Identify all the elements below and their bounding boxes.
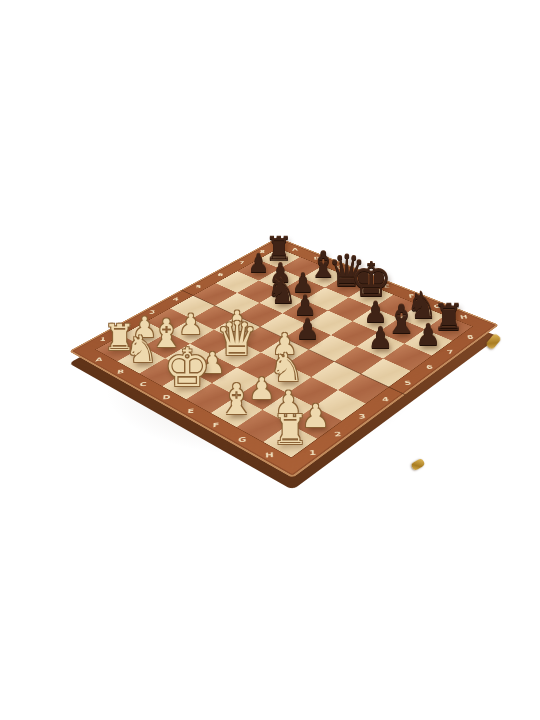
piece-black-pawn-h7[interactable]: ♟ bbox=[415, 321, 441, 350]
coord-label-4: 4 bbox=[168, 291, 183, 308]
coord-label-5: 5 bbox=[398, 372, 418, 394]
coord-label-5: 5 bbox=[191, 278, 206, 294]
piece-white-bishop-f1[interactable]: ♝ bbox=[218, 379, 256, 421]
coord-label-2: 2 bbox=[328, 422, 348, 446]
coord-label-6: 6 bbox=[213, 267, 227, 283]
coord-label-E: E bbox=[172, 405, 209, 417]
piece-black-pawn-g6[interactable]: ♟ bbox=[368, 324, 394, 353]
coord-label-6: 6 bbox=[419, 357, 440, 378]
coord-label-C: C bbox=[125, 379, 161, 390]
piece-white-king-d1[interactable]: ♚ bbox=[163, 341, 211, 394]
coord-label-4: 4 bbox=[376, 388, 396, 410]
product-photo-canvas: ABCDEFGH ABCDEFGH 87654321 87654321 ♜♞♚♝… bbox=[0, 0, 540, 720]
piece-black-pawn-e5[interactable]: ♟ bbox=[295, 316, 320, 344]
coord-label-3: 3 bbox=[352, 405, 372, 428]
piece-white-rook-h1[interactable]: ♜ bbox=[272, 410, 309, 451]
coord-label-G: G bbox=[223, 433, 261, 446]
coord-label-7: 7 bbox=[440, 342, 461, 362]
piece-white-knight-b1[interactable]: ♞ bbox=[125, 331, 158, 368]
